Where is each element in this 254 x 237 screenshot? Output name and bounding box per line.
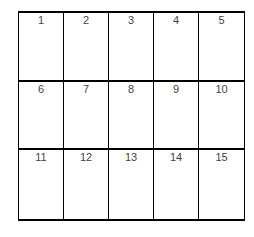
numbered-grid-board: 1 2 3 4 5 6 7 8 9 10 11 12 13 14 15 — [18, 11, 245, 221]
cell-number: 10 — [215, 83, 227, 96]
cell-1[interactable]: 1 — [19, 13, 64, 82]
cell-number: 13 — [125, 151, 137, 164]
cell-number: 11 — [35, 151, 46, 164]
cell-10[interactable]: 10 — [199, 82, 244, 151]
cell-number: 5 — [218, 14, 224, 27]
cell-12[interactable]: 12 — [64, 150, 109, 219]
cell-number: 1 — [38, 14, 44, 27]
cell-4[interactable]: 4 — [154, 13, 199, 82]
page-canvas: 1 2 3 4 5 6 7 8 9 10 11 12 13 14 15 — [0, 0, 254, 237]
cell-11[interactable]: 11 — [19, 150, 64, 219]
cell-number: 15 — [215, 151, 227, 164]
cell-number: 9 — [173, 83, 179, 96]
cell-3[interactable]: 3 — [109, 13, 154, 82]
cell-14[interactable]: 14 — [154, 150, 199, 219]
cell-13[interactable]: 13 — [109, 150, 154, 219]
cell-6[interactable]: 6 — [19, 82, 64, 151]
cell-number: 6 — [38, 83, 44, 96]
cell-5[interactable]: 5 — [199, 13, 244, 82]
cell-9[interactable]: 9 — [154, 82, 199, 151]
cell-number: 14 — [170, 151, 182, 164]
cell-number: 3 — [128, 14, 134, 27]
cell-number: 12 — [80, 151, 92, 164]
cell-15[interactable]: 15 — [199, 150, 244, 219]
cell-number: 8 — [128, 83, 134, 96]
cell-number: 4 — [173, 14, 179, 27]
cell-8[interactable]: 8 — [109, 82, 154, 151]
cell-7[interactable]: 7 — [64, 82, 109, 151]
cell-2[interactable]: 2 — [64, 13, 109, 82]
cell-number: 2 — [83, 14, 89, 27]
cell-number: 7 — [83, 83, 89, 96]
